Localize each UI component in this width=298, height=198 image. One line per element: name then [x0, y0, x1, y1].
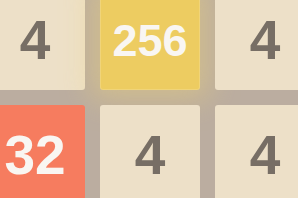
tile-4: 4	[215, 105, 298, 198]
board: 425643244	[0, 0, 298, 198]
tile-256: 256	[100, 0, 200, 90]
tile-4: 4	[0, 0, 85, 90]
tile-32: 32	[0, 105, 85, 198]
tile-4: 4	[215, 0, 298, 90]
tile-4: 4	[100, 105, 200, 198]
game-2048-viewport: 425643244	[0, 0, 298, 198]
